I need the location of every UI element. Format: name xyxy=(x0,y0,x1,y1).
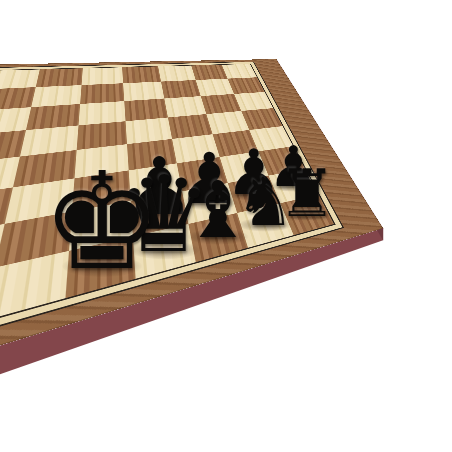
square-e1 xyxy=(82,67,124,85)
square-c1 xyxy=(158,66,196,82)
square-a1 xyxy=(222,64,257,79)
product-photo-stage: ♟♟♟♟♜♞♝♛♚ xyxy=(0,0,452,452)
square-f1 xyxy=(36,68,83,87)
square-d1 xyxy=(122,66,161,83)
